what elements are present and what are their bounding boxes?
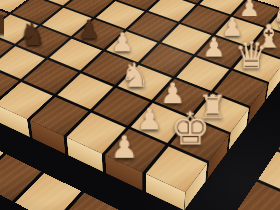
white-pawn[interactable]: ♟ (99, 29, 145, 55)
scene-root: ♜♟♟♜♟♝♟♞♝♟♞♟♝♛♟♟♛♚♟♟♝♟♞♞♟♜♟♟♚♜♟♟ (0, 0, 280, 210)
white-queen[interactable]: ♛ (228, 37, 276, 75)
white-pawn[interactable]: ♟ (97, 132, 152, 163)
chessboard: ♜♟♟♜♟♝♟♞♝♟♞♟♝♛♟♟♛♚♟♟♝♟♞♞♟♜♟♟♚♜♟♟ (0, 0, 280, 192)
white-king[interactable]: ♚ (163, 107, 217, 152)
black-king[interactable]: ♚ (0, 0, 18, 7)
black-knight[interactable]: ♞ (10, 19, 56, 50)
board-grid: ♜♟♟♜♟♝♟♞♝♟♞♟♝♛♟♟♛♚♟♟♝♟♞♞♟♜♟♟♚♜♟♟ (0, 0, 280, 192)
